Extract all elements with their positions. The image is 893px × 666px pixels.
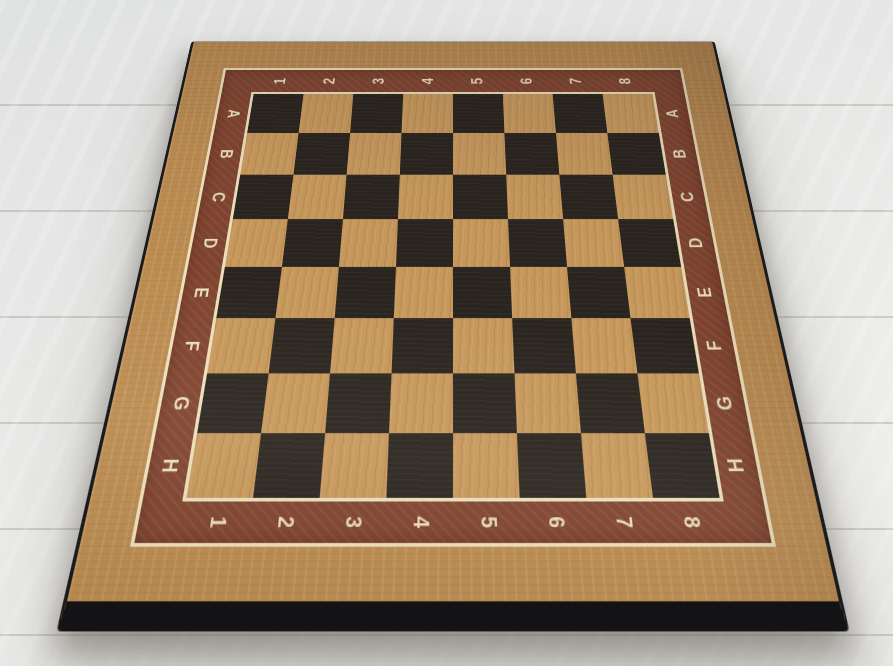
square-D1 — [225, 219, 288, 267]
square-A5 — [453, 94, 504, 133]
square-B8 — [607, 133, 665, 175]
square-F4 — [392, 318, 453, 373]
rank-label-left-H: H — [146, 446, 192, 485]
square-F6 — [512, 318, 576, 373]
file-label-top-4: 4 — [413, 70, 443, 92]
square-F5 — [453, 318, 514, 373]
square-B3 — [347, 133, 402, 175]
square-H7 — [581, 433, 653, 498]
square-C6 — [506, 175, 563, 219]
file-label-bottom-7: 7 — [600, 501, 645, 542]
rank-label-left-E: E — [180, 277, 220, 308]
square-C4 — [398, 175, 453, 219]
square-E5 — [453, 267, 512, 318]
square-G4 — [389, 373, 453, 433]
square-E7 — [567, 267, 630, 318]
square-H5 — [453, 433, 520, 498]
chessboard: AA11BB22CC33DD44EE55FF66GG77HH88 — [56, 42, 849, 632]
file-label-bottom-1: 1 — [193, 501, 239, 542]
file-label-top-1: 1 — [264, 70, 297, 92]
rank-label-right-E: E — [686, 277, 726, 308]
square-E4 — [394, 267, 453, 318]
square-C7 — [559, 175, 618, 219]
square-B7 — [556, 133, 613, 175]
rank-label-left-D: D — [190, 229, 229, 257]
file-label-bottom-5: 5 — [466, 501, 507, 542]
square-A4 — [402, 94, 453, 133]
square-D4 — [396, 219, 453, 267]
table-background: AA11BB22CC33DD44EE55FF66GG77HH88 — [0, 0, 893, 666]
square-C3 — [343, 175, 400, 219]
rank-label-right-H: H — [714, 446, 760, 485]
square-H3 — [320, 433, 389, 498]
file-label-bottom-3: 3 — [330, 501, 373, 542]
square-C1 — [233, 175, 294, 219]
rank-label-right-A: A — [656, 102, 690, 125]
square-B5 — [453, 133, 506, 175]
square-G8 — [637, 373, 708, 433]
rank-label-right-D: D — [678, 229, 717, 257]
square-F7 — [571, 318, 637, 373]
rank-label-left-F: F — [169, 329, 211, 362]
square-B4 — [400, 133, 453, 175]
rank-label-right-F: F — [695, 329, 737, 362]
square-E8 — [624, 267, 690, 318]
file-label-top-6: 6 — [512, 70, 543, 92]
square-F8 — [631, 318, 699, 373]
rank-label-left-C: C — [199, 183, 236, 210]
file-label-top-5: 5 — [463, 70, 493, 92]
square-G2 — [261, 373, 330, 433]
file-label-bottom-2: 2 — [261, 501, 306, 542]
square-C5 — [453, 175, 508, 219]
square-A6 — [503, 94, 556, 133]
file-label-top-3: 3 — [364, 70, 395, 92]
rank-label-left-B: B — [207, 141, 243, 166]
square-C8 — [613, 175, 674, 219]
square-D3 — [339, 219, 398, 267]
square-D8 — [618, 219, 681, 267]
square-F2 — [269, 318, 335, 373]
square-C2 — [288, 175, 347, 219]
square-E3 — [335, 267, 396, 318]
square-G6 — [514, 373, 580, 433]
rank-label-left-A: A — [215, 102, 249, 125]
file-label-bottom-4: 4 — [398, 501, 439, 542]
square-H6 — [517, 433, 586, 498]
square-F3 — [330, 318, 394, 373]
square-G7 — [576, 373, 645, 433]
square-H1 — [186, 433, 261, 498]
square-G3 — [325, 373, 391, 433]
rank-label-left-G: G — [158, 385, 202, 421]
square-E6 — [510, 267, 571, 318]
square-G1 — [197, 373, 268, 433]
square-B2 — [293, 133, 350, 175]
file-label-bottom-8: 8 — [667, 501, 713, 542]
rank-label-right-C: C — [670, 183, 707, 210]
square-A1 — [247, 94, 303, 133]
square-G5 — [453, 373, 517, 433]
rank-label-right-G: G — [704, 385, 748, 421]
rank-label-right-B: B — [663, 141, 699, 166]
playing-field — [182, 92, 724, 501]
file-label-top-2: 2 — [314, 70, 346, 92]
square-E2 — [275, 267, 338, 318]
square-D5 — [453, 219, 510, 267]
square-B6 — [504, 133, 559, 175]
square-A2 — [299, 94, 354, 133]
square-F1 — [207, 318, 275, 373]
square-D2 — [282, 219, 343, 267]
square-E1 — [216, 267, 282, 318]
square-D6 — [508, 219, 567, 267]
square-H4 — [386, 433, 453, 498]
square-H8 — [645, 433, 720, 498]
square-H2 — [253, 433, 325, 498]
square-B1 — [240, 133, 298, 175]
square-A3 — [350, 94, 403, 133]
square-A7 — [553, 94, 608, 133]
file-label-bottom-6: 6 — [533, 501, 576, 542]
file-label-top-8: 8 — [609, 70, 642, 92]
square-A8 — [603, 94, 659, 133]
file-label-top-7: 7 — [561, 70, 593, 92]
square-D7 — [563, 219, 624, 267]
